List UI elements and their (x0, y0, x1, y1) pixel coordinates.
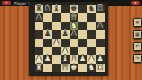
square-f4[interactable] (78, 39, 87, 47)
square-e5[interactable]: ♟ (70, 30, 79, 38)
square-a6[interactable] (35, 22, 44, 30)
square-g6[interactable] (87, 22, 96, 30)
square-g1[interactable]: ♞ (87, 64, 96, 72)
square-f7[interactable] (78, 13, 87, 21)
new-game-button[interactable]: + (2, 1, 11, 5)
square-h4[interactable] (96, 39, 105, 47)
square-e1[interactable]: ♚ (70, 64, 79, 72)
square-f1[interactable] (78, 64, 87, 72)
square-d7[interactable] (61, 13, 70, 21)
undo-button[interactable]: ↶ (133, 42, 142, 51)
menu-button[interactable]: ≡ (133, 18, 142, 27)
square-d5[interactable]: ♟ (61, 30, 70, 38)
square-f5[interactable] (78, 30, 87, 38)
square-e4[interactable] (70, 39, 79, 47)
square-d8[interactable] (61, 5, 70, 13)
piece-white-pawn: ♟ (44, 55, 51, 63)
board-icon: ▦ (135, 32, 140, 37)
piece-white-knight: ♞ (88, 63, 95, 71)
square-b1[interactable] (43, 64, 52, 72)
square-c7[interactable] (52, 13, 61, 21)
piece-white-pawn: ♟ (53, 38, 60, 46)
piece-black-pawn: ♟ (97, 21, 104, 29)
square-b2[interactable]: ♟ (43, 55, 52, 63)
player-label: Player 1 (14, 1, 30, 6)
square-c4[interactable]: ♟ (52, 39, 61, 47)
redo-button[interactable]: ↷ (133, 54, 142, 63)
menu-icon: ≡ (135, 20, 139, 25)
square-g4[interactable] (87, 39, 96, 47)
square-g7[interactable] (87, 13, 96, 21)
square-a4[interactable] (35, 39, 44, 47)
square-a5[interactable] (35, 30, 44, 38)
square-b4[interactable] (43, 39, 52, 47)
piece-white-rook: ♜ (35, 63, 42, 71)
piece-white-pawn: ♟ (79, 55, 86, 63)
square-b8[interactable]: ♞ (43, 5, 52, 13)
square-h5[interactable] (96, 30, 105, 38)
piece-black-bishop: ♝ (53, 5, 60, 13)
square-c1[interactable] (52, 64, 61, 72)
piece-black-rook: ♜ (97, 5, 104, 13)
square-c2[interactable] (52, 55, 61, 63)
piece-white-rook: ♜ (97, 63, 104, 71)
square-d1[interactable]: ♛ (61, 64, 70, 72)
piece-white-king: ♚ (70, 63, 77, 71)
square-h6[interactable]: ♟ (96, 22, 105, 30)
piece-black-pawn: ♟ (62, 30, 69, 38)
square-f8[interactable] (78, 5, 87, 13)
chess-board: ♜♞♝♚♞♜♟♛♞♟♟♟♟♟♟♟♟♝♝♟♟♟♜♛♚♞♜ (35, 5, 105, 72)
square-f6[interactable] (78, 22, 87, 30)
close-button[interactable]: x (131, 1, 140, 5)
undo-icon: ↶ (135, 44, 139, 49)
redo-icon: ↷ (135, 56, 139, 61)
chess-board-frame: ♜♞♝♚♞♜♟♛♞♟♟♟♟♟♟♟♟♝♝♟♟♟♜♛♚♞♜ (29, 2, 108, 76)
piece-black-knight: ♞ (44, 5, 51, 13)
piece-white-queen: ♛ (62, 63, 69, 71)
square-f2[interactable]: ♟ (78, 55, 87, 63)
square-b5[interactable]: ♟ (43, 30, 52, 38)
square-g5[interactable] (87, 30, 96, 38)
square-b7[interactable] (43, 13, 52, 21)
piece-black-pawn: ♟ (44, 30, 51, 38)
board-button[interactable]: ▦ (133, 30, 142, 39)
square-a7[interactable]: ♟ (35, 13, 44, 21)
piece-black-pawn: ♟ (35, 13, 42, 21)
square-c3[interactable] (52, 47, 61, 55)
square-c8[interactable]: ♝ (52, 5, 61, 13)
piece-black-pawn: ♟ (70, 30, 77, 38)
square-h1[interactable]: ♜ (96, 64, 105, 72)
piece-black-knight: ♞ (88, 5, 95, 13)
chess-app-screen: + Player 1 x ♜♞♝♚♞♜♟♛♞♟♟♟♟♟♟♟♟♝♝♟♟♟♜♛♚♞♜… (0, 0, 142, 80)
square-h8[interactable]: ♜ (96, 5, 105, 13)
square-a1[interactable]: ♜ (35, 64, 44, 72)
square-g8[interactable]: ♞ (87, 5, 96, 13)
square-c6[interactable] (52, 22, 61, 30)
